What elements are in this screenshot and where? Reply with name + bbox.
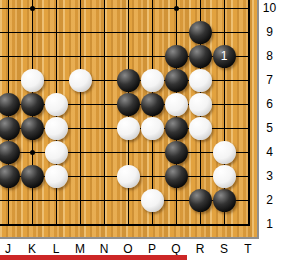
grid-line-row-10 [0, 8, 250, 9]
stone-black-K6[interactable] [21, 93, 44, 116]
stone-white-O5[interactable] [117, 117, 140, 140]
stone-black-J5[interactable] [0, 117, 20, 140]
stone-black-Q4[interactable] [165, 141, 188, 164]
grid-line-col-T [248, 0, 250, 226]
stone-black-R8[interactable] [189, 45, 212, 68]
stone-white-R7[interactable] [189, 69, 212, 92]
stone-white-S4[interactable] [213, 141, 236, 164]
stone-white-P5[interactable] [141, 117, 164, 140]
star-point-K4 [30, 150, 35, 155]
col-label-R: R [191, 241, 209, 257]
stone-white-Q6[interactable] [165, 93, 188, 116]
stone-black-J4[interactable] [0, 141, 20, 164]
stone-black-K5[interactable] [21, 117, 44, 140]
stone-white-M7[interactable] [69, 69, 92, 92]
stone-black-K3[interactable] [21, 165, 44, 188]
stone-white-L6[interactable] [45, 93, 68, 116]
stone-black-S8[interactable]: 1 [213, 45, 236, 68]
grid-line-col-N [104, 0, 105, 226]
grid-line-col-M [80, 0, 81, 226]
row-label-10: 10 [257, 0, 282, 16]
stone-white-R5[interactable] [189, 117, 212, 140]
stone-white-L4[interactable] [45, 141, 68, 164]
grid-line-row-9 [0, 32, 250, 33]
stone-white-K7[interactable] [21, 69, 44, 92]
row-label-3: 3 [257, 168, 282, 184]
star-point-K10 [30, 6, 35, 11]
stone-white-P7[interactable] [141, 69, 164, 92]
row-label-4: 4 [257, 144, 282, 160]
stone-black-J6[interactable] [0, 93, 20, 116]
go-diagram: 1 JKLMNOPQRST 10987654321 [0, 0, 284, 260]
stone-black-Q7[interactable] [165, 69, 188, 92]
row-label-6: 6 [257, 96, 282, 112]
grid-line-row-1 [0, 224, 250, 226]
col-label-S: S [215, 241, 233, 257]
stone-black-P6[interactable] [141, 93, 164, 116]
row-label-7: 7 [257, 72, 282, 88]
stone-white-L5[interactable] [45, 117, 68, 140]
star-point-Q10 [174, 6, 179, 11]
stone-black-O6[interactable] [117, 93, 140, 116]
row-label-8: 8 [257, 48, 282, 64]
stone-white-L3[interactable] [45, 165, 68, 188]
stone-black-R2[interactable] [189, 189, 212, 212]
col-label-T: T [239, 241, 257, 257]
stone-white-R6[interactable] [189, 93, 212, 116]
row-label-2: 2 [257, 192, 282, 208]
row-label-1: 1 [257, 216, 282, 232]
stone-black-O7[interactable] [117, 69, 140, 92]
stone-black-Q5[interactable] [165, 117, 188, 140]
row-label-9: 9 [257, 24, 282, 40]
stone-black-S2[interactable] [213, 189, 236, 212]
move-number-label: 1 [213, 45, 236, 68]
go-board[interactable]: 1 [0, 0, 259, 239]
progress-bar [0, 255, 187, 260]
stone-black-Q3[interactable] [165, 165, 188, 188]
stone-white-S3[interactable] [213, 165, 236, 188]
stone-black-Q8[interactable] [165, 45, 188, 68]
row-label-5: 5 [257, 120, 282, 136]
stone-black-J3[interactable] [0, 165, 20, 188]
stone-white-O3[interactable] [117, 165, 140, 188]
stone-white-P2[interactable] [141, 189, 164, 212]
stone-black-R9[interactable] [189, 21, 212, 44]
